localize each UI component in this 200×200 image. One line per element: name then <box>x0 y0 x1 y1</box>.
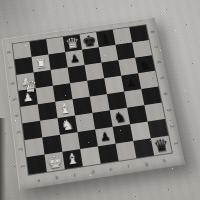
white-king-b1[interactable]: ♚ <box>45 152 65 172</box>
photo-edge-shading <box>0 118 6 200</box>
board-frame: 87654321 87654321 abcdefgh ♛♚♝♜♟♟♞♟♟♝♞♞♟… <box>2 17 186 190</box>
noise-speckles-light <box>0 0 1 1</box>
offboard-white-piece[interactable]: ♛ <box>20 69 41 97</box>
coord-label: e <box>101 162 121 176</box>
coord-label: g <box>137 156 157 170</box>
coord-label: d <box>83 165 103 179</box>
square-a1[interactable] <box>27 154 47 174</box>
board-grid: ♛♚♝♜♟♟♞♟♟♝♞♞♟♚♝♛ <box>13 25 172 175</box>
photo-canvas: 87654321 87654321 abcdefgh ♛♚♝♜♟♟♞♟♟♝♞♞♟… <box>0 0 200 200</box>
square-b1[interactable]: ♚ <box>45 152 65 172</box>
square-h1[interactable]: ♛ <box>151 136 172 156</box>
black-queen-h1[interactable]: ♛ <box>151 136 172 156</box>
chess-board-scene: 87654321 87654321 abcdefgh ♛♚♝♜♟♟♞♟♟♝♞♞♟… <box>2 17 186 190</box>
coord-label: c <box>65 167 85 182</box>
coord-label: f <box>119 159 139 173</box>
coord-label: a <box>29 173 49 188</box>
